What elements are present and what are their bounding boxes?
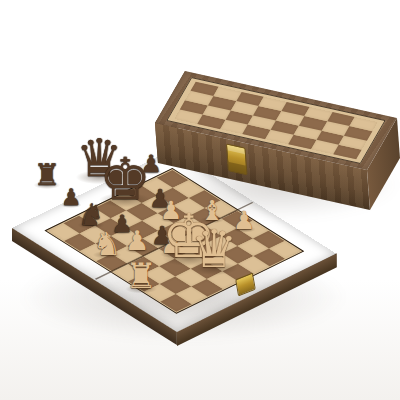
chess-piece-dark-rook-b8[interactable]: ♜	[34, 160, 61, 190]
chess-piece-light-rook-a2[interactable]: ♜	[125, 259, 156, 294]
chess-piece-dark-king-d7[interactable]: ♚	[99, 150, 151, 208]
chess-piece-light-queen-e2[interactable]: ♛	[191, 223, 238, 275]
chess-piece-light-knight-a5[interactable]: ♞	[93, 228, 122, 260]
chess-piece-light-pawn-b4[interactable]: ♟	[125, 227, 149, 254]
product-photo-stage: ♟♛♜♚♟♟♟♝♞♟♟♟♟♟♞♚♛♜	[0, 0, 400, 400]
pieces-layer: ♟♛♜♚♟♟♟♝♞♟♟♟♟♟♞♚♛♜	[0, 0, 400, 400]
